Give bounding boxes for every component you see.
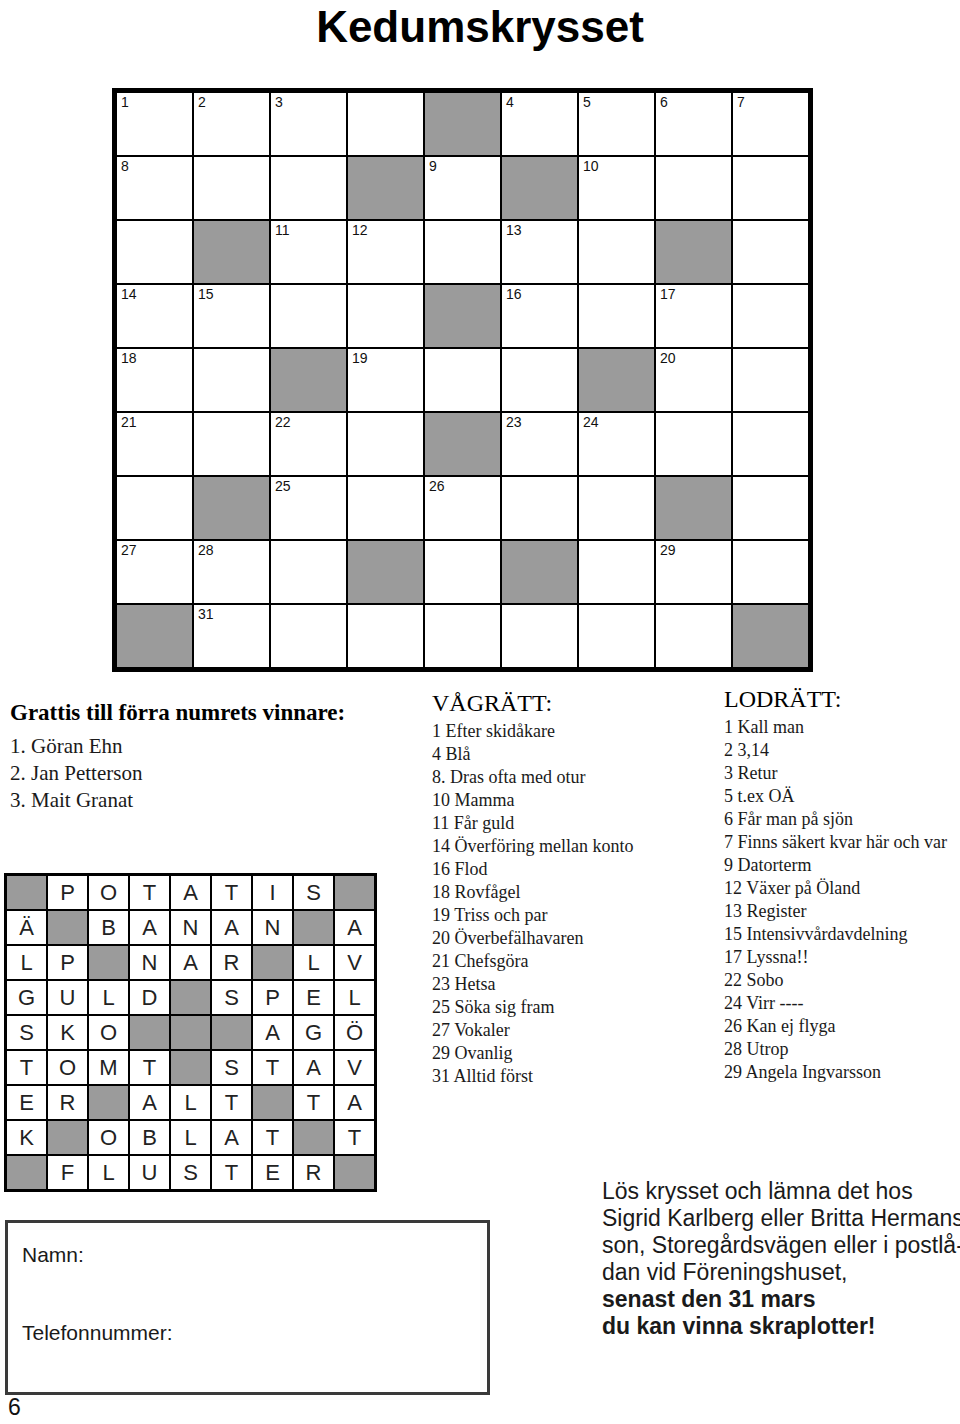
across-clue: 1 Efter skidåkare [432,720,722,743]
across-clue: 23 Hetsa [432,973,722,996]
down-clues-list: 1 Kall man2 3,143 Retur5 t.ex OÄ6 Får ma… [724,716,960,1084]
puzzle-cell[interactable] [348,413,423,475]
clue-number: 1 [121,94,129,110]
clue-number: 23 [506,414,522,430]
solution-letter-cell: P [48,946,87,979]
puzzle-cell[interactable]: 11 [271,221,346,283]
across-clue: 11 Får guld [432,812,722,835]
winner-item: 2. Jan Petterson [10,760,345,787]
across-clues-list: 1 Efter skidåkare4 Blå8. Dras ofta med o… [432,720,722,1088]
puzzle-cell[interactable]: 1 [117,93,192,155]
puzzle-cell[interactable]: 14 [117,285,192,347]
solution-letter-cell: T [294,1086,333,1119]
clue-number: 13 [506,222,522,238]
solution-letter-cell: S [171,1156,210,1189]
puzzle-cell[interactable] [348,605,423,667]
down-clue: 7 Finns säkert kvar här och var [724,831,960,854]
clue-number: 29 [660,542,676,558]
puzzle-cell[interactable]: 24 [579,413,654,475]
solution-letter-cell: L [294,946,333,979]
solution-blocked-cell [89,946,128,979]
solution-blocked-cell [7,1156,46,1189]
solution-letter-cell: I [253,876,292,909]
across-clue: 27 Vokaler [432,1019,722,1042]
down-clue: 6 Får man på sjön [724,808,960,831]
clue-number: 19 [352,350,368,366]
puzzle-cell[interactable] [733,221,808,283]
solution-letter-cell: T [7,1051,46,1084]
solution-letter-cell: S [7,1016,46,1049]
clue-number: 25 [275,478,291,494]
page-number: 6 [8,1394,21,1421]
clue-number: 6 [660,94,668,110]
solution-letter-cell: P [48,876,87,909]
puzzle-cell[interactable] [579,541,654,603]
blocked-cell [194,477,269,539]
blocked-cell [502,541,577,603]
down-clues-header: LODRÄTT: [724,686,960,713]
note-line: Lös krysset och lämna det hos [602,1178,958,1205]
solution-letter-cell: R [212,946,251,979]
down-clue: 13 Register [724,900,960,923]
solution-letter-cell: Ä [7,911,46,944]
puzzle-cell[interactable]: 21 [117,413,192,475]
down-clue: 22 Sobo [724,969,960,992]
solution-letter-cell: T [212,1086,251,1119]
blocked-cell [656,477,731,539]
solution-letter-cell: K [7,1121,46,1154]
solution-blocked-cell [294,911,333,944]
clue-number: 15 [198,286,214,302]
solution-letter-cell: A [130,1086,169,1119]
down-clue: 28 Utrop [724,1038,960,1061]
down-clue: 12 Växer på Öland [724,877,960,900]
puzzle-cell[interactable] [656,157,731,219]
note-line-bold: senast den 31 mars [602,1286,958,1313]
puzzle-cell[interactable] [348,477,423,539]
solution-blocked-cell [212,1016,251,1049]
puzzle-cell[interactable] [348,93,423,155]
puzzle-cell[interactable] [733,413,808,475]
puzzle-cell[interactable]: 13 [502,221,577,283]
blocked-cell [425,285,500,347]
clue-number: 24 [583,414,599,430]
solution-letter-cell: B [130,1121,169,1154]
puzzle-cell[interactable] [271,541,346,603]
solution-letter-cell: A [171,876,210,909]
clue-number: 26 [429,478,445,494]
solution-letter-cell: T [253,1051,292,1084]
puzzle-cell[interactable]: 23 [502,413,577,475]
down-clue: 2 3,14 [724,739,960,762]
solution-letter-cell: T [253,1121,292,1154]
clue-number: 12 [352,222,368,238]
clue-number: 20 [660,350,676,366]
clue-number: 2 [198,94,206,110]
blocked-cell [733,605,808,667]
note-line-bold: du kan vinna skraplotter! [602,1313,958,1340]
solution-letter-cell: A [253,1016,292,1049]
puzzle-cell[interactable] [733,157,808,219]
down-clue: 3 Retur [724,762,960,785]
across-clue: 14 Överföring mellan konto [432,835,722,858]
puzzle-cell[interactable]: 8 [117,157,192,219]
puzzle-cell[interactable]: 29 [656,541,731,603]
puzzle-cell[interactable] [271,285,346,347]
solution-blocked-cell [335,876,374,909]
solution-letter-cell: M [89,1051,128,1084]
clue-number: 22 [275,414,291,430]
solution-letter-cell: V [335,1051,374,1084]
down-clue: 29 Angela Ingvarsson [724,1061,960,1084]
solution-letter-cell: E [253,1156,292,1189]
solution-letter-cell: L [171,1086,210,1119]
previous-solution-grid: POTATISÄBANANALPNARLVGULDSPELSKOAGÖTOMTS… [4,873,377,1192]
puzzle-cell[interactable]: 16 [502,285,577,347]
entry-form-box: Namn: Telefonnummer: [5,1220,490,1395]
puzzle-cell[interactable] [579,605,654,667]
across-clue: 4 Blå [432,743,722,766]
name-label: Namn: [22,1243,487,1267]
puzzle-cell[interactable]: 27 [117,541,192,603]
solution-letter-cell: E [294,981,333,1014]
clue-number: 16 [506,286,522,302]
solution-letter-cell: L [171,1121,210,1154]
solution-letter-cell: A [335,1086,374,1119]
solution-blocked-cell [171,981,210,1014]
puzzle-cell[interactable] [271,605,346,667]
puzzle-cell[interactable]: 28 [194,541,269,603]
across-clue: 10 Mamma [432,789,722,812]
solution-blocked-cell [171,1016,210,1049]
blocked-cell [271,349,346,411]
phone-label: Telefonnummer: [22,1321,487,1345]
puzzle-cell[interactable] [733,349,808,411]
winners-list: 1. Göran Ehn2. Jan Petterson3. Mait Gran… [10,733,345,814]
note-line: dan vid Föreningshuset, [602,1259,958,1286]
clue-number: 14 [121,286,137,302]
solution-blocked-cell [253,946,292,979]
solution-blocked-cell [48,1121,87,1154]
puzzle-cell[interactable] [425,349,500,411]
puzzle-cell[interactable]: 19 [348,349,423,411]
solution-blocked-cell [335,1156,374,1189]
puzzle-cell[interactable] [502,477,577,539]
submission-note: Lös krysset och lämna det hosSigrid Karl… [602,1178,958,1340]
puzzle-cell[interactable]: 2 [194,93,269,155]
puzzle-cell[interactable] [194,413,269,475]
solution-letter-cell: A [130,911,169,944]
puzzle-cell[interactable]: 12 [348,221,423,283]
solution-letter-cell: Ö [335,1016,374,1049]
blocked-cell [348,541,423,603]
blocked-cell [425,93,500,155]
solution-letter-cell: F [48,1156,87,1189]
solution-letter-cell: T [335,1121,374,1154]
solution-blocked-cell [253,1086,292,1119]
solution-letter-cell: L [7,946,46,979]
puzzle-cell[interactable] [425,541,500,603]
puzzle-cell[interactable] [117,477,192,539]
puzzle-cell[interactable]: 17 [656,285,731,347]
solution-blocked-cell [171,1051,210,1084]
across-clue: 21 Chefsgöra [432,950,722,973]
solution-letter-cell: T [212,1156,251,1189]
solution-blocked-cell [7,876,46,909]
across-clue: 8. Dras ofta med otur [432,766,722,789]
puzzle-cell[interactable]: 31 [194,605,269,667]
across-clue: 16 Flod [432,858,722,881]
puzzle-cell[interactable] [733,477,808,539]
clue-number: 11 [275,222,290,238]
down-clue: 9 Datorterm [724,854,960,877]
puzzle-cell[interactable] [502,605,577,667]
across-clue: 31 Alltid först [432,1065,722,1088]
clue-number: 9 [429,158,437,174]
solution-letter-cell: P [253,981,292,1014]
down-clue: 24 Virr ---- [724,992,960,1015]
puzzle-cell[interactable] [425,221,500,283]
blocked-cell [502,157,577,219]
clue-number: 21 [121,414,137,430]
solution-letter-cell: V [335,946,374,979]
puzzle-cell[interactable] [656,605,731,667]
puzzle-cell[interactable]: 7 [733,93,808,155]
blocked-cell [194,221,269,283]
winner-item: 1. Göran Ehn [10,733,345,760]
clue-number: 10 [583,158,599,174]
puzzle-cell[interactable]: 10 [579,157,654,219]
clue-number: 18 [121,350,137,366]
solution-letter-cell: G [7,981,46,1014]
solution-letter-cell: N [253,911,292,944]
solution-letter-cell: O [48,1051,87,1084]
across-clues-section: VÅGRÄTT: 1 Efter skidåkare4 Blå8. Dras o… [432,690,722,1088]
blocked-cell [579,349,654,411]
solution-letter-cell: R [294,1156,333,1189]
clue-number: 31 [198,606,214,622]
puzzle-cell[interactable] [579,221,654,283]
note-line: Sigrid Karlberg eller Britta Hermans- [602,1205,958,1232]
puzzle-cell[interactable]: 22 [271,413,346,475]
clue-number: 28 [198,542,214,558]
puzzle-cell[interactable]: 4 [502,93,577,155]
solution-blocked-cell [89,1086,128,1119]
solution-letter-cell: A [171,946,210,979]
across-clue: 29 Ovanlig [432,1042,722,1065]
solution-letter-cell: N [171,911,210,944]
puzzle-cell[interactable] [117,221,192,283]
down-clues-section: LODRÄTT: 1 Kall man2 3,143 Retur5 t.ex O… [724,686,960,1084]
clue-number: 27 [121,542,137,558]
solution-letter-cell: L [335,981,374,1014]
solution-letter-cell: E [7,1086,46,1119]
puzzle-cell[interactable]: 25 [271,477,346,539]
solution-letter-cell: S [212,981,251,1014]
solution-letter-cell: S [212,1051,251,1084]
puzzle-cell[interactable]: 9 [425,157,500,219]
solution-letter-cell: O [89,1016,128,1049]
across-clue: 19 Triss och par [432,904,722,927]
puzzle-cell[interactable] [271,157,346,219]
note-line: son, Storegårdsvägen eller i postlå- [602,1232,958,1259]
solution-letter-cell: D [130,981,169,1014]
down-clue: 26 Kan ej flyga [724,1015,960,1038]
puzzle-cell[interactable]: 20 [656,349,731,411]
solution-blocked-cell [48,911,87,944]
blocked-cell [425,413,500,475]
winners-header: Grattis till förra numrets vinnare: [10,700,345,726]
puzzle-cell[interactable] [579,477,654,539]
solution-letter-cell: O [89,1121,128,1154]
clue-number: 8 [121,158,129,174]
puzzle-cell[interactable] [502,349,577,411]
solution-blocked-cell [294,1121,333,1154]
solution-letter-cell: L [89,1156,128,1189]
down-clue: 5 t.ex OÄ [724,785,960,808]
crossword-grid: 1234567891011121314151617181920212223242… [112,88,813,672]
across-clue: 18 Rovfågel [432,881,722,904]
puzzle-cell[interactable]: 15 [194,285,269,347]
solution-blocked-cell [130,1016,169,1049]
puzzle-cell[interactable] [348,285,423,347]
solution-letter-cell: O [89,876,128,909]
solution-letter-cell: T [130,876,169,909]
blocked-cell [348,157,423,219]
solution-letter-cell: G [294,1016,333,1049]
across-clues-header: VÅGRÄTT: [432,690,722,717]
down-clue: 1 Kall man [724,716,960,739]
clue-number: 3 [275,94,283,110]
winners-section: Grattis till förra numrets vinnare: 1. G… [10,700,345,814]
blocked-cell [656,221,731,283]
solution-letter-cell: A [335,911,374,944]
solution-letter-cell: A [212,1121,251,1154]
solution-letter-cell: L [89,981,128,1014]
puzzle-cell[interactable]: 3 [271,93,346,155]
across-clue: 25 Söka sig fram [432,996,722,1019]
puzzle-cell[interactable] [194,157,269,219]
puzzle-cell[interactable]: 26 [425,477,500,539]
puzzle-cell[interactable] [425,605,500,667]
solution-letter-cell: S [294,876,333,909]
clue-number: 7 [737,94,745,110]
puzzle-cell[interactable]: 18 [117,349,192,411]
puzzle-cell[interactable] [656,413,731,475]
across-clue: 20 Överbefälhavaren [432,927,722,950]
puzzle-cell[interactable]: 5 [579,93,654,155]
solution-letter-cell: B [89,911,128,944]
puzzle-cell[interactable] [579,285,654,347]
winner-item: 3. Mait Granat [10,787,345,814]
puzzle-cell[interactable] [194,349,269,411]
solution-letter-cell: U [130,1156,169,1189]
puzzle-cell[interactable] [733,285,808,347]
clue-number: 5 [583,94,591,110]
clue-number: 17 [660,286,676,302]
solution-letter-cell: K [48,1016,87,1049]
puzzle-cell[interactable] [733,541,808,603]
solution-letter-cell: T [212,876,251,909]
puzzle-cell[interactable]: 6 [656,93,731,155]
down-clue: 15 Intensivvårdavdelning [724,923,960,946]
solution-letter-cell: N [130,946,169,979]
solution-letter-cell: A [212,911,251,944]
solution-letter-cell: U [48,981,87,1014]
solution-letter-cell: T [130,1051,169,1084]
solution-letter-cell: A [294,1051,333,1084]
page-title: Kedumskrysset [0,2,960,52]
clue-number: 4 [506,94,514,110]
down-clue: 17 Lyssna!! [724,946,960,969]
blocked-cell [117,605,192,667]
solution-letter-cell: R [48,1086,87,1119]
